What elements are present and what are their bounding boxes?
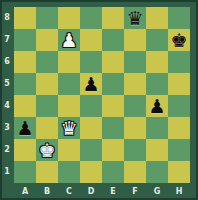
rank-label-1: 1 [0,161,14,183]
rank-label-2: 2 [0,139,14,161]
square-a6[interactable] [14,51,36,73]
rank-label-4: 4 [0,95,14,117]
rank-labels: 87654321 [0,7,14,183]
square-c3[interactable]: ♛ [58,117,80,139]
file-label-f: F [124,187,146,196]
square-g6[interactable] [146,51,168,73]
square-h6[interactable] [168,51,190,73]
square-b2[interactable]: ♚ [36,139,58,161]
square-h5[interactable] [168,73,190,95]
square-b7[interactable] [36,29,58,51]
square-g3[interactable] [146,117,168,139]
square-c8[interactable] [58,7,80,29]
square-g4[interactable]: ♟ [146,95,168,117]
piece-black-pawn[interactable]: ♟ [148,97,165,116]
square-a3[interactable]: ♟ [14,117,36,139]
square-f4[interactable] [124,95,146,117]
file-label-d: D [80,187,102,196]
square-c1[interactable] [58,161,80,183]
square-d2[interactable] [80,139,102,161]
square-d7[interactable] [80,29,102,51]
square-e2[interactable] [102,139,124,161]
square-g5[interactable] [146,73,168,95]
chess-board-frame: 87654321 ♛♟♚♟♟♟♛♚ ABCDEFGH [0,0,198,200]
square-b8[interactable] [36,7,58,29]
file-label-h: H [168,187,190,196]
piece-black-pawn[interactable]: ♟ [82,75,99,94]
piece-white-queen[interactable]: ♛ [60,119,77,138]
square-c4[interactable] [58,95,80,117]
square-a5[interactable] [14,73,36,95]
square-h7[interactable]: ♚ [168,29,190,51]
square-c7[interactable]: ♟ [58,29,80,51]
square-d4[interactable] [80,95,102,117]
square-h2[interactable] [168,139,190,161]
square-g8[interactable] [146,7,168,29]
file-labels: ABCDEFGH [14,183,190,200]
file-label-a: A [14,187,36,196]
square-e8[interactable] [102,7,124,29]
square-f3[interactable] [124,117,146,139]
rank-label-8: 8 [0,7,14,29]
rank-label-3: 3 [0,117,14,139]
piece-black-king[interactable]: ♚ [170,31,187,50]
square-a7[interactable] [14,29,36,51]
square-a8[interactable] [14,7,36,29]
square-e7[interactable] [102,29,124,51]
square-h1[interactable] [168,161,190,183]
square-a1[interactable] [14,161,36,183]
piece-black-pawn[interactable]: ♟ [16,119,33,138]
rank-label-6: 6 [0,51,14,73]
file-label-e: E [102,187,124,196]
square-e4[interactable] [102,95,124,117]
square-b6[interactable] [36,51,58,73]
piece-black-queen[interactable]: ♛ [126,9,143,28]
square-f1[interactable] [124,161,146,183]
square-g1[interactable] [146,161,168,183]
square-e3[interactable] [102,117,124,139]
square-f8[interactable]: ♛ [124,7,146,29]
square-f5[interactable] [124,73,146,95]
square-d5[interactable]: ♟ [80,73,102,95]
file-label-b: B [36,187,58,196]
square-h4[interactable] [168,95,190,117]
square-e6[interactable] [102,51,124,73]
square-b4[interactable] [36,95,58,117]
square-d6[interactable] [80,51,102,73]
piece-white-pawn[interactable]: ♟ [60,31,77,50]
square-g2[interactable] [146,139,168,161]
square-a2[interactable] [14,139,36,161]
chess-board: ♛♟♚♟♟♟♛♚ [14,7,190,183]
square-b3[interactable] [36,117,58,139]
square-b1[interactable] [36,161,58,183]
square-f2[interactable] [124,139,146,161]
square-h3[interactable] [168,117,190,139]
square-d8[interactable] [80,7,102,29]
square-e1[interactable] [102,161,124,183]
rank-label-5: 5 [0,73,14,95]
square-h8[interactable] [168,7,190,29]
square-e5[interactable] [102,73,124,95]
square-b5[interactable] [36,73,58,95]
file-label-c: C [58,187,80,196]
file-label-g: G [146,187,168,196]
square-g7[interactable] [146,29,168,51]
square-d3[interactable] [80,117,102,139]
square-c6[interactable] [58,51,80,73]
square-f6[interactable] [124,51,146,73]
rank-label-7: 7 [0,29,14,51]
square-a4[interactable] [14,95,36,117]
square-c5[interactable] [58,73,80,95]
square-c2[interactable] [58,139,80,161]
square-d1[interactable] [80,161,102,183]
square-f7[interactable] [124,29,146,51]
piece-white-king[interactable]: ♚ [38,141,55,160]
